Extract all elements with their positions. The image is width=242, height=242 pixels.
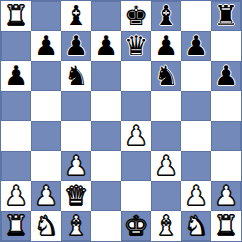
piece-black-pawn: ♟ [31, 31, 61, 61]
square-h6[interactable]: ♟ [211, 61, 241, 91]
square-e4[interactable]: ♟ [121, 121, 151, 151]
square-h4[interactable] [211, 121, 241, 151]
piece-black-queen: ♛ [121, 31, 151, 61]
square-g8[interactable] [181, 1, 211, 31]
square-a8[interactable]: ♜ [1, 1, 31, 31]
piece-white-bishop: ♝ [61, 211, 91, 241]
square-f2[interactable] [151, 181, 181, 211]
square-d4[interactable] [91, 121, 121, 151]
square-e6[interactable] [121, 61, 151, 91]
square-f3[interactable]: ♟ [151, 151, 181, 181]
square-h1[interactable]: ♜ [211, 211, 241, 241]
square-c1[interactable]: ♝ [61, 211, 91, 241]
square-c4[interactable] [61, 121, 91, 151]
square-a7[interactable] [1, 31, 31, 61]
piece-white-bishop: ♝ [151, 211, 181, 241]
square-g3[interactable] [181, 151, 211, 181]
piece-white-knight: ♞ [31, 211, 61, 241]
piece-black-rook: ♜ [211, 1, 241, 31]
piece-black-knight: ♞ [151, 61, 181, 91]
piece-white-pawn: ♟ [211, 181, 241, 211]
square-e8[interactable]: ♚ [121, 1, 151, 31]
piece-black-bishop: ♝ [61, 1, 91, 31]
chess-board: ♜♝♚♝♜♟♟♟♛♟♟♟♞♞♟♟♟♟♟♟♛♟♟♜♞♝♚♝♞♜ [1, 1, 241, 241]
square-g6[interactable] [181, 61, 211, 91]
piece-white-queen: ♛ [61, 181, 91, 211]
piece-white-pawn: ♟ [61, 151, 91, 181]
square-a3[interactable] [1, 151, 31, 181]
square-e7[interactable]: ♛ [121, 31, 151, 61]
square-f4[interactable] [151, 121, 181, 151]
square-h3[interactable] [211, 151, 241, 181]
square-d6[interactable] [91, 61, 121, 91]
piece-white-pawn: ♟ [31, 181, 61, 211]
square-f8[interactable]: ♝ [151, 1, 181, 31]
square-c3[interactable]: ♟ [61, 151, 91, 181]
piece-white-knight: ♞ [181, 211, 211, 241]
square-a1[interactable]: ♜ [1, 211, 31, 241]
square-h5[interactable] [211, 91, 241, 121]
piece-black-pawn: ♟ [211, 61, 241, 91]
piece-white-rook: ♜ [211, 211, 241, 241]
square-g7[interactable]: ♟ [181, 31, 211, 61]
piece-white-rook: ♜ [1, 211, 31, 241]
square-d2[interactable] [91, 181, 121, 211]
square-c7[interactable]: ♟ [61, 31, 91, 61]
piece-white-pawn: ♟ [151, 151, 181, 181]
square-g2[interactable]: ♟ [181, 181, 211, 211]
piece-black-bishop: ♝ [151, 1, 181, 31]
piece-black-knight: ♞ [61, 61, 91, 91]
square-e3[interactable] [121, 151, 151, 181]
square-c8[interactable]: ♝ [61, 1, 91, 31]
square-b6[interactable] [31, 61, 61, 91]
square-d7[interactable]: ♟ [91, 31, 121, 61]
piece-black-pawn: ♟ [1, 61, 31, 91]
square-b5[interactable] [31, 91, 61, 121]
piece-black-king: ♚ [121, 1, 151, 31]
square-f1[interactable]: ♝ [151, 211, 181, 241]
square-h7[interactable] [211, 31, 241, 61]
square-e1[interactable]: ♚ [121, 211, 151, 241]
square-f5[interactable] [151, 91, 181, 121]
square-b4[interactable] [31, 121, 61, 151]
chess-board-frame: ♜♝♚♝♜♟♟♟♛♟♟♟♞♞♟♟♟♟♟♟♛♟♟♜♞♝♚♝♞♜ [0, 0, 242, 242]
square-d5[interactable] [91, 91, 121, 121]
piece-black-pawn: ♟ [151, 31, 181, 61]
square-a5[interactable] [1, 91, 31, 121]
piece-white-pawn: ♟ [181, 181, 211, 211]
square-c5[interactable] [61, 91, 91, 121]
square-b7[interactable]: ♟ [31, 31, 61, 61]
square-b1[interactable]: ♞ [31, 211, 61, 241]
square-c6[interactable]: ♞ [61, 61, 91, 91]
square-d8[interactable] [91, 1, 121, 31]
square-f6[interactable]: ♞ [151, 61, 181, 91]
square-b8[interactable] [31, 1, 61, 31]
square-b2[interactable]: ♟ [31, 181, 61, 211]
square-h8[interactable]: ♜ [211, 1, 241, 31]
square-c2[interactable]: ♛ [61, 181, 91, 211]
square-g4[interactable] [181, 121, 211, 151]
piece-black-pawn: ♟ [181, 31, 211, 61]
piece-black-pawn: ♟ [61, 31, 91, 61]
piece-white-pawn: ♟ [1, 181, 31, 211]
piece-white-rook: ♜ [1, 1, 31, 31]
piece-black-pawn: ♟ [91, 31, 121, 61]
piece-white-pawn: ♟ [121, 121, 151, 151]
square-d1[interactable] [91, 211, 121, 241]
square-h2[interactable]: ♟ [211, 181, 241, 211]
square-a4[interactable] [1, 121, 31, 151]
square-g1[interactable]: ♞ [181, 211, 211, 241]
square-a2[interactable]: ♟ [1, 181, 31, 211]
square-f7[interactable]: ♟ [151, 31, 181, 61]
square-b3[interactable] [31, 151, 61, 181]
piece-white-king: ♚ [121, 211, 151, 241]
square-e2[interactable] [121, 181, 151, 211]
square-d3[interactable] [91, 151, 121, 181]
square-e5[interactable] [121, 91, 151, 121]
square-g5[interactable] [181, 91, 211, 121]
square-a6[interactable]: ♟ [1, 61, 31, 91]
